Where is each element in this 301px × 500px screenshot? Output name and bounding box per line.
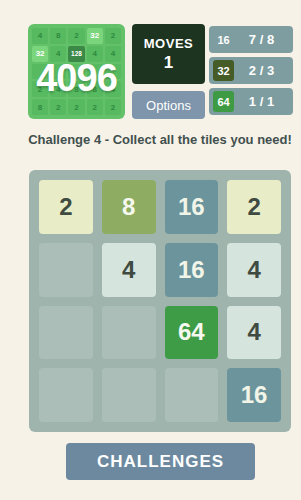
moves-value: 1 xyxy=(164,53,173,73)
tile-16: 16 xyxy=(227,368,281,422)
tile-2: 2 xyxy=(227,180,281,234)
logo-mini-tile-2: 2 xyxy=(68,99,84,115)
tile-16: 16 xyxy=(165,180,219,234)
challenge-banner: Challenge 4 - Collect all the tiles you … xyxy=(19,132,301,147)
goal-badge-64: 64 1 / 1 xyxy=(209,88,293,115)
empty-cell xyxy=(39,306,93,360)
goal-progress-64: 1 / 1 xyxy=(234,94,289,109)
tile-4: 4 xyxy=(102,243,156,297)
logo-mini-tile-2: 2 xyxy=(68,28,84,44)
logo-title: 4096 xyxy=(36,57,117,100)
goal-list: 16 7 / 8 32 2 / 3 64 1 / 1 xyxy=(209,26,293,115)
goal-progress-16: 7 / 8 xyxy=(234,32,289,47)
tile-4: 4 xyxy=(227,243,281,297)
tile-8: 8 xyxy=(102,180,156,234)
logo-mini-tile-2: 2 xyxy=(87,99,103,115)
logo-mini-tile-2: 2 xyxy=(50,99,66,115)
board-grid[interactable]: 28162416464416 xyxy=(29,170,291,432)
logo-mini-tile-2: 2 xyxy=(105,99,121,115)
empty-cell xyxy=(102,368,156,422)
empty-cell xyxy=(39,243,93,297)
logo-mini-tile-4: 4 xyxy=(32,28,48,44)
logo-mini-tile-8: 8 xyxy=(50,28,66,44)
goal-tile-64: 64 xyxy=(213,91,234,112)
app-logo: 482322324128442488482222 4096 xyxy=(28,24,125,119)
logo-mini-tile-32: 32 xyxy=(87,28,103,44)
goal-tile-32: 32 xyxy=(213,60,234,81)
moves-label: MOVES xyxy=(144,36,193,51)
moves-panel: MOVES 1 xyxy=(132,24,205,84)
tile-64: 64 xyxy=(165,306,219,360)
goal-badge-16: 16 7 / 8 xyxy=(209,26,293,53)
options-button[interactable]: Options xyxy=(132,91,205,119)
goal-progress-32: 2 / 3 xyxy=(234,63,289,78)
challenges-button[interactable]: CHALLENGES xyxy=(66,443,255,480)
logo-mini-tile-2: 2 xyxy=(105,28,121,44)
empty-cell xyxy=(39,368,93,422)
tile-4: 4 xyxy=(227,306,281,360)
empty-cell xyxy=(165,368,219,422)
empty-cell xyxy=(102,306,156,360)
logo-mini-tile-8: 8 xyxy=(32,99,48,115)
goal-tile-16: 16 xyxy=(213,29,234,50)
tile-16: 16 xyxy=(165,243,219,297)
app-screen: 482322324128442488482222 4096 MOVES 1 Op… xyxy=(19,0,301,500)
tile-2: 2 xyxy=(39,180,93,234)
goal-badge-32: 32 2 / 3 xyxy=(209,57,293,84)
